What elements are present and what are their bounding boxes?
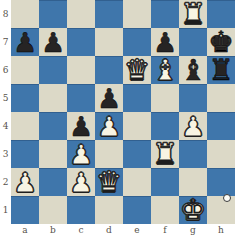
square-d8[interactable] [95, 0, 123, 28]
square-a7[interactable]: ♟ [11, 28, 39, 56]
black-pawn-c4: ♟ [67, 112, 95, 140]
white-rook-g8: ♜ [179, 0, 207, 28]
square-f4[interactable] [151, 112, 179, 140]
rank-label-5: 5 [0, 84, 11, 112]
square-a1[interactable] [11, 196, 39, 224]
square-c1[interactable] [67, 196, 95, 224]
square-d4[interactable]: ♟ [95, 112, 123, 140]
square-c8[interactable] [67, 0, 95, 28]
square-c4[interactable]: ♟ [67, 112, 95, 140]
square-b6[interactable] [39, 56, 67, 84]
square-g4[interactable]: ♟ [179, 112, 207, 140]
square-f6[interactable]: ♝ [151, 56, 179, 84]
square-h1[interactable] [207, 196, 235, 224]
rank-label-1: 1 [0, 196, 11, 224]
square-e3[interactable] [123, 140, 151, 168]
square-d3[interactable] [95, 140, 123, 168]
square-b5[interactable] [39, 84, 67, 112]
square-f1[interactable] [151, 196, 179, 224]
white-pawn-g4: ♟ [179, 112, 207, 140]
black-pawn-d5: ♟ [95, 84, 123, 112]
black-rook-h6: ♜ [207, 56, 235, 84]
square-a8[interactable] [11, 0, 39, 28]
square-e8[interactable] [123, 0, 151, 28]
square-h7[interactable]: ♚ [207, 28, 235, 56]
file-label-c: c [67, 223, 95, 236]
rank-label-4: 4 [0, 112, 11, 140]
square-e4[interactable] [123, 112, 151, 140]
white-queen-e6: ♛ [123, 56, 151, 84]
square-c5[interactable] [67, 84, 95, 112]
square-f5[interactable] [151, 84, 179, 112]
square-e2[interactable] [123, 168, 151, 196]
square-b7[interactable]: ♟ [39, 28, 67, 56]
rank-label-2: 2 [0, 168, 11, 196]
square-g8[interactable]: ♜ [179, 0, 207, 28]
rank-label-3: 3 [0, 140, 11, 168]
square-f3[interactable]: ♜ [151, 140, 179, 168]
file-label-a: a [11, 223, 39, 236]
square-d7[interactable] [95, 28, 123, 56]
black-bishop-g6: ♝ [179, 56, 207, 84]
square-c7[interactable] [67, 28, 95, 56]
square-a4[interactable] [11, 112, 39, 140]
file-label-e: e [123, 223, 151, 236]
black-pawn-b7: ♟ [39, 28, 67, 56]
square-h2[interactable] [207, 168, 235, 196]
black-pawn-f7: ♟ [151, 28, 179, 56]
file-label-h: h [207, 223, 235, 236]
square-g2[interactable] [179, 168, 207, 196]
square-a5[interactable] [11, 84, 39, 112]
square-d1[interactable] [95, 196, 123, 224]
square-a2[interactable]: ♟ [11, 168, 39, 196]
white-to-move-indicator [223, 194, 231, 202]
file-label-b: b [39, 223, 67, 236]
file-label-f: f [151, 223, 179, 236]
rank-labels: 87654321 [0, 0, 11, 224]
square-g6[interactable]: ♝ [179, 56, 207, 84]
white-queen-d2: ♛ [95, 168, 123, 196]
square-a6[interactable] [11, 56, 39, 84]
rank-label-6: 6 [0, 56, 11, 84]
square-h6[interactable]: ♜ [207, 56, 235, 84]
black-king-h7: ♚ [207, 28, 235, 56]
square-h5[interactable] [207, 84, 235, 112]
square-e6[interactable]: ♛ [123, 56, 151, 84]
square-g7[interactable] [179, 28, 207, 56]
white-pawn-d4: ♟ [95, 112, 123, 140]
chess-board[interactable]: ♜♟♟♟♚♛♝♝♜♟♟♟♟♟♜♟♟♛♚ [11, 0, 235, 224]
square-h4[interactable] [207, 112, 235, 140]
square-b8[interactable] [39, 0, 67, 28]
square-c6[interactable] [67, 56, 95, 84]
white-pawn-c3: ♟ [67, 140, 95, 168]
square-g5[interactable] [179, 84, 207, 112]
black-pawn-a7: ♟ [11, 28, 39, 56]
chess-diagram: 87654321 ♜♟♟♟♚♛♝♝♜♟♟♟♟♟♜♟♟♛♚ abcdefgh [0, 0, 236, 236]
square-b1[interactable] [39, 196, 67, 224]
square-g3[interactable] [179, 140, 207, 168]
square-e5[interactable] [123, 84, 151, 112]
rank-label-8: 8 [0, 0, 11, 28]
white-pawn-c2: ♟ [67, 168, 95, 196]
square-d5[interactable]: ♟ [95, 84, 123, 112]
square-c3[interactable]: ♟ [67, 140, 95, 168]
file-labels: abcdefgh [11, 223, 235, 236]
white-rook-f3: ♜ [151, 140, 179, 168]
square-e1[interactable] [123, 196, 151, 224]
white-king-g1: ♚ [179, 196, 207, 224]
square-d2[interactable]: ♛ [95, 168, 123, 196]
rank-label-7: 7 [0, 28, 11, 56]
file-label-d: d [95, 223, 123, 236]
square-f8[interactable] [151, 0, 179, 28]
square-f7[interactable]: ♟ [151, 28, 179, 56]
square-f2[interactable] [151, 168, 179, 196]
square-e7[interactable] [123, 28, 151, 56]
square-h3[interactable] [207, 140, 235, 168]
square-h8[interactable] [207, 0, 235, 28]
square-a3[interactable] [11, 140, 39, 168]
white-pawn-a2: ♟ [11, 168, 39, 196]
file-label-g: g [179, 223, 207, 236]
square-b2[interactable] [39, 168, 67, 196]
square-d6[interactable] [95, 56, 123, 84]
square-b4[interactable] [39, 112, 67, 140]
square-g1[interactable]: ♚ [179, 196, 207, 224]
white-bishop-f6: ♝ [151, 56, 179, 84]
square-b3[interactable] [39, 140, 67, 168]
square-c2[interactable]: ♟ [67, 168, 95, 196]
